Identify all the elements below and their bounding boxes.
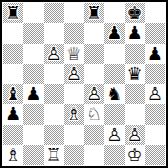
chess-board-frame: ♜♜♜♜♚♚♟♟♟♟♟♙♛♕♟♟♟♙♛♛♝♝♟♟♟♙♞♞♟♙♟♟♝♗♞♘♟♙♟♙… bbox=[0, 0, 168, 168]
square-a7[interactable] bbox=[3, 23, 23, 43]
square-c4[interactable] bbox=[44, 84, 64, 104]
black-king[interactable]: ♚♚ bbox=[125, 3, 145, 23]
square-c3[interactable] bbox=[44, 104, 64, 124]
square-a5[interactable] bbox=[3, 64, 23, 84]
square-a1[interactable]: ♝♗ bbox=[3, 145, 23, 165]
black-queen-icon: ♛ bbox=[125, 64, 145, 84]
black-rook[interactable]: ♜♜ bbox=[84, 3, 104, 23]
black-bishop-icon: ♝ bbox=[3, 84, 23, 104]
square-d5[interactable]: ♟♙ bbox=[64, 64, 84, 84]
black-pawn[interactable]: ♟♟ bbox=[3, 104, 23, 124]
square-a3[interactable]: ♟♟ bbox=[3, 104, 23, 124]
square-a4[interactable]: ♝♝ bbox=[3, 84, 23, 104]
white-bishop-icon: ♗ bbox=[3, 145, 23, 165]
square-c8[interactable] bbox=[44, 3, 64, 23]
square-e1[interactable] bbox=[84, 145, 104, 165]
square-h2[interactable] bbox=[145, 125, 165, 145]
square-g6[interactable] bbox=[125, 44, 145, 64]
square-c2[interactable] bbox=[44, 125, 64, 145]
black-pawn[interactable]: ♟♟ bbox=[145, 44, 165, 64]
black-pawn-icon: ♟ bbox=[145, 44, 165, 64]
square-e6[interactable] bbox=[84, 44, 104, 64]
white-pawn-icon: ♙ bbox=[44, 44, 64, 64]
black-knight-icon: ♞ bbox=[104, 84, 124, 104]
square-b7[interactable] bbox=[23, 23, 43, 43]
square-f1[interactable] bbox=[104, 145, 124, 165]
square-f7[interactable]: ♟♟ bbox=[104, 23, 124, 43]
square-e2[interactable] bbox=[84, 125, 104, 145]
white-knight[interactable]: ♞♘ bbox=[84, 104, 104, 124]
white-queen-icon: ♕ bbox=[64, 44, 84, 64]
white-king-icon: ♔ bbox=[125, 145, 145, 165]
white-pawn-icon: ♙ bbox=[64, 64, 84, 84]
square-g3[interactable] bbox=[125, 104, 145, 124]
square-b5[interactable] bbox=[23, 64, 43, 84]
square-d6[interactable]: ♛♕ bbox=[64, 44, 84, 64]
black-pawn[interactable]: ♟♟ bbox=[23, 84, 43, 104]
black-bishop[interactable]: ♝♝ bbox=[3, 84, 23, 104]
square-d3[interactable]: ♝♗ bbox=[64, 104, 84, 124]
white-pawn-icon: ♙ bbox=[104, 125, 124, 145]
square-d1[interactable] bbox=[64, 145, 84, 165]
square-c5[interactable] bbox=[44, 64, 64, 84]
black-queen[interactable]: ♛♛ bbox=[125, 64, 145, 84]
square-h4[interactable]: ♟♙ bbox=[145, 84, 165, 104]
square-d4[interactable] bbox=[64, 84, 84, 104]
white-queen[interactable]: ♛♕ bbox=[64, 44, 84, 64]
white-king[interactable]: ♚♔ bbox=[125, 145, 145, 165]
square-c1[interactable]: ♜♖ bbox=[44, 145, 64, 165]
square-h8[interactable] bbox=[145, 3, 165, 23]
black-pawn[interactable]: ♟♟ bbox=[104, 23, 124, 43]
square-a8[interactable]: ♜♜ bbox=[3, 3, 23, 23]
square-f4[interactable]: ♞♞ bbox=[104, 84, 124, 104]
white-rook-icon: ♖ bbox=[44, 145, 64, 165]
white-pawn[interactable]: ♟♙ bbox=[125, 125, 145, 145]
square-f8[interactable] bbox=[104, 3, 124, 23]
square-h3[interactable] bbox=[145, 104, 165, 124]
square-e5[interactable] bbox=[84, 64, 104, 84]
square-b6[interactable] bbox=[23, 44, 43, 64]
square-b8[interactable] bbox=[23, 3, 43, 23]
black-pawn-icon: ♟ bbox=[125, 23, 145, 43]
square-c7[interactable] bbox=[44, 23, 64, 43]
chess-board-inner-frame: ♜♜♜♜♚♚♟♟♟♟♟♙♛♕♟♟♟♙♛♛♝♝♟♟♟♙♞♞♟♙♟♟♝♗♞♘♟♙♟♙… bbox=[2, 2, 166, 166]
square-g7[interactable]: ♟♟ bbox=[125, 23, 145, 43]
square-g1[interactable]: ♚♔ bbox=[125, 145, 145, 165]
square-d2[interactable] bbox=[64, 125, 84, 145]
white-pawn[interactable]: ♟♙ bbox=[145, 84, 165, 104]
black-pawn-icon: ♟ bbox=[23, 84, 43, 104]
square-d7[interactable] bbox=[64, 23, 84, 43]
square-h6[interactable]: ♟♟ bbox=[145, 44, 165, 64]
black-king-icon: ♚ bbox=[125, 3, 145, 23]
black-rook-icon: ♜ bbox=[3, 3, 23, 23]
square-b2[interactable] bbox=[23, 125, 43, 145]
square-b3[interactable] bbox=[23, 104, 43, 124]
square-g5[interactable]: ♛♛ bbox=[125, 64, 145, 84]
square-a6[interactable] bbox=[3, 44, 23, 64]
square-b1[interactable] bbox=[23, 145, 43, 165]
square-f3[interactable] bbox=[104, 104, 124, 124]
black-pawn[interactable]: ♟♟ bbox=[125, 23, 145, 43]
white-pawn[interactable]: ♟♙ bbox=[104, 125, 124, 145]
white-bishop[interactable]: ♝♗ bbox=[64, 104, 84, 124]
square-f6[interactable] bbox=[104, 44, 124, 64]
square-f2[interactable]: ♟♙ bbox=[104, 125, 124, 145]
white-bishop[interactable]: ♝♗ bbox=[3, 145, 23, 165]
square-e4[interactable]: ♟♙ bbox=[84, 84, 104, 104]
black-pawn-icon: ♟ bbox=[3, 104, 23, 124]
white-pawn[interactable]: ♟♙ bbox=[64, 64, 84, 84]
white-pawn-icon: ♙ bbox=[125, 125, 145, 145]
white-pawn-icon: ♙ bbox=[145, 84, 165, 104]
square-g8[interactable]: ♚♚ bbox=[125, 3, 145, 23]
square-e8[interactable]: ♜♜ bbox=[84, 3, 104, 23]
square-f5[interactable] bbox=[104, 64, 124, 84]
square-c6[interactable]: ♟♙ bbox=[44, 44, 64, 64]
square-e7[interactable] bbox=[84, 23, 104, 43]
square-h1[interactable] bbox=[145, 145, 165, 165]
white-pawn-icon: ♙ bbox=[84, 84, 104, 104]
square-d8[interactable] bbox=[64, 3, 84, 23]
square-h5[interactable] bbox=[145, 64, 165, 84]
chess-board: ♜♜♜♜♚♚♟♟♟♟♟♙♛♕♟♟♟♙♛♛♝♝♟♟♟♙♞♞♟♙♟♟♝♗♞♘♟♙♟♙… bbox=[3, 3, 165, 165]
black-rook[interactable]: ♜♜ bbox=[3, 3, 23, 23]
white-knight-icon: ♘ bbox=[84, 104, 104, 124]
white-pawn[interactable]: ♟♙ bbox=[84, 84, 104, 104]
black-knight[interactable]: ♞♞ bbox=[104, 84, 124, 104]
square-h7[interactable] bbox=[145, 23, 165, 43]
square-g4[interactable] bbox=[125, 84, 145, 104]
black-rook-icon: ♜ bbox=[84, 3, 104, 23]
square-a2[interactable] bbox=[3, 125, 23, 145]
black-pawn-icon: ♟ bbox=[104, 23, 124, 43]
white-rook[interactable]: ♜♖ bbox=[44, 145, 64, 165]
square-g2[interactable]: ♟♙ bbox=[125, 125, 145, 145]
white-pawn[interactable]: ♟♙ bbox=[44, 44, 64, 64]
square-b4[interactable]: ♟♟ bbox=[23, 84, 43, 104]
square-e3[interactable]: ♞♘ bbox=[84, 104, 104, 124]
white-bishop-icon: ♗ bbox=[64, 104, 84, 124]
